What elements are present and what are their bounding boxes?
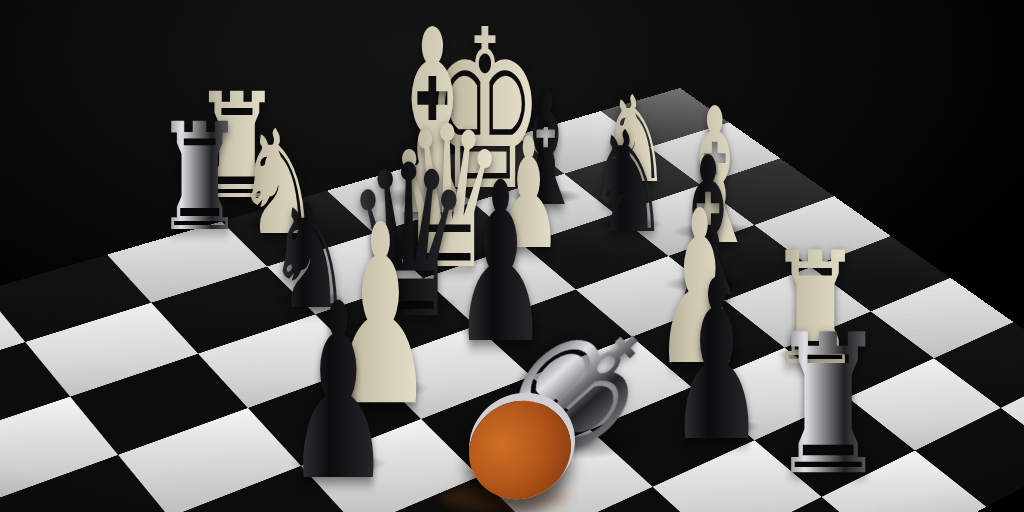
black-rook-h4: ♜ — [721, 349, 936, 492]
black-rook-glyph: ♜ — [729, 309, 926, 502]
pieces-layer: ♞♚♜♝♝♜♞♞♝♟♛♝♞♛♟♟♜♟♟♚♜♟ — [0, 0, 1024, 512]
black-pawn-c3: ♟ — [231, 351, 446, 494]
chess-scene: ♞♚♜♝♝♜♞♞♝♟♛♝♞♛♟♟♜♟♟♚♜♟ — [0, 0, 1024, 512]
black-pawn-glyph: ♟ — [250, 271, 426, 512]
